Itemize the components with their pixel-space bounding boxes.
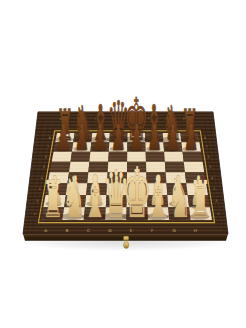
piece-black-pawn-g7: ♟ [165,116,180,158]
piece-black-pawn-h7: ♟ [184,116,199,158]
piece-white-knight-g1: ♞ [167,165,191,230]
piece-white-rook-a1: ♜ [42,170,63,229]
piece-black-pawn-b7: ♟ [74,116,89,158]
chess-set-product-photo: AABBCCDDEEFFGGHH8877665544332211♜♞♝♛♚♝♞♜… [0,0,246,328]
brass-latch-drop [124,242,129,249]
rank-label-1-right: 1 [217,212,219,216]
rank-label-5-left: 5 [43,165,45,169]
rank-label-7-right: 7 [206,145,208,149]
rank-label-4-right: 4 [211,176,213,180]
brass-latch-plate [124,236,129,240]
rank-label-2-left: 2 [36,199,38,203]
rank-label-2-right: 2 [215,199,217,203]
rank-label-7-left: 7 [47,145,49,149]
rank-label-5-right: 5 [209,165,211,169]
rank-label-3-right: 3 [213,187,215,191]
rank-label-8-right: 8 [204,136,206,140]
rank-label-6-right: 6 [207,155,209,159]
piece-white-rook-h1: ♜ [190,170,211,229]
piece-black-pawn-c7: ♟ [92,116,107,158]
rank-label-8-left: 8 [49,136,51,140]
rank-label-6-left: 6 [45,155,47,159]
rank-label-3-left: 3 [39,187,41,191]
rank-label-1-left: 1 [34,212,36,216]
chess-board: AABBCCDDEEFFGGHH8877665544332211♜♞♝♛♚♝♞♜… [0,0,246,328]
piece-black-pawn-a7: ♟ [56,116,71,158]
